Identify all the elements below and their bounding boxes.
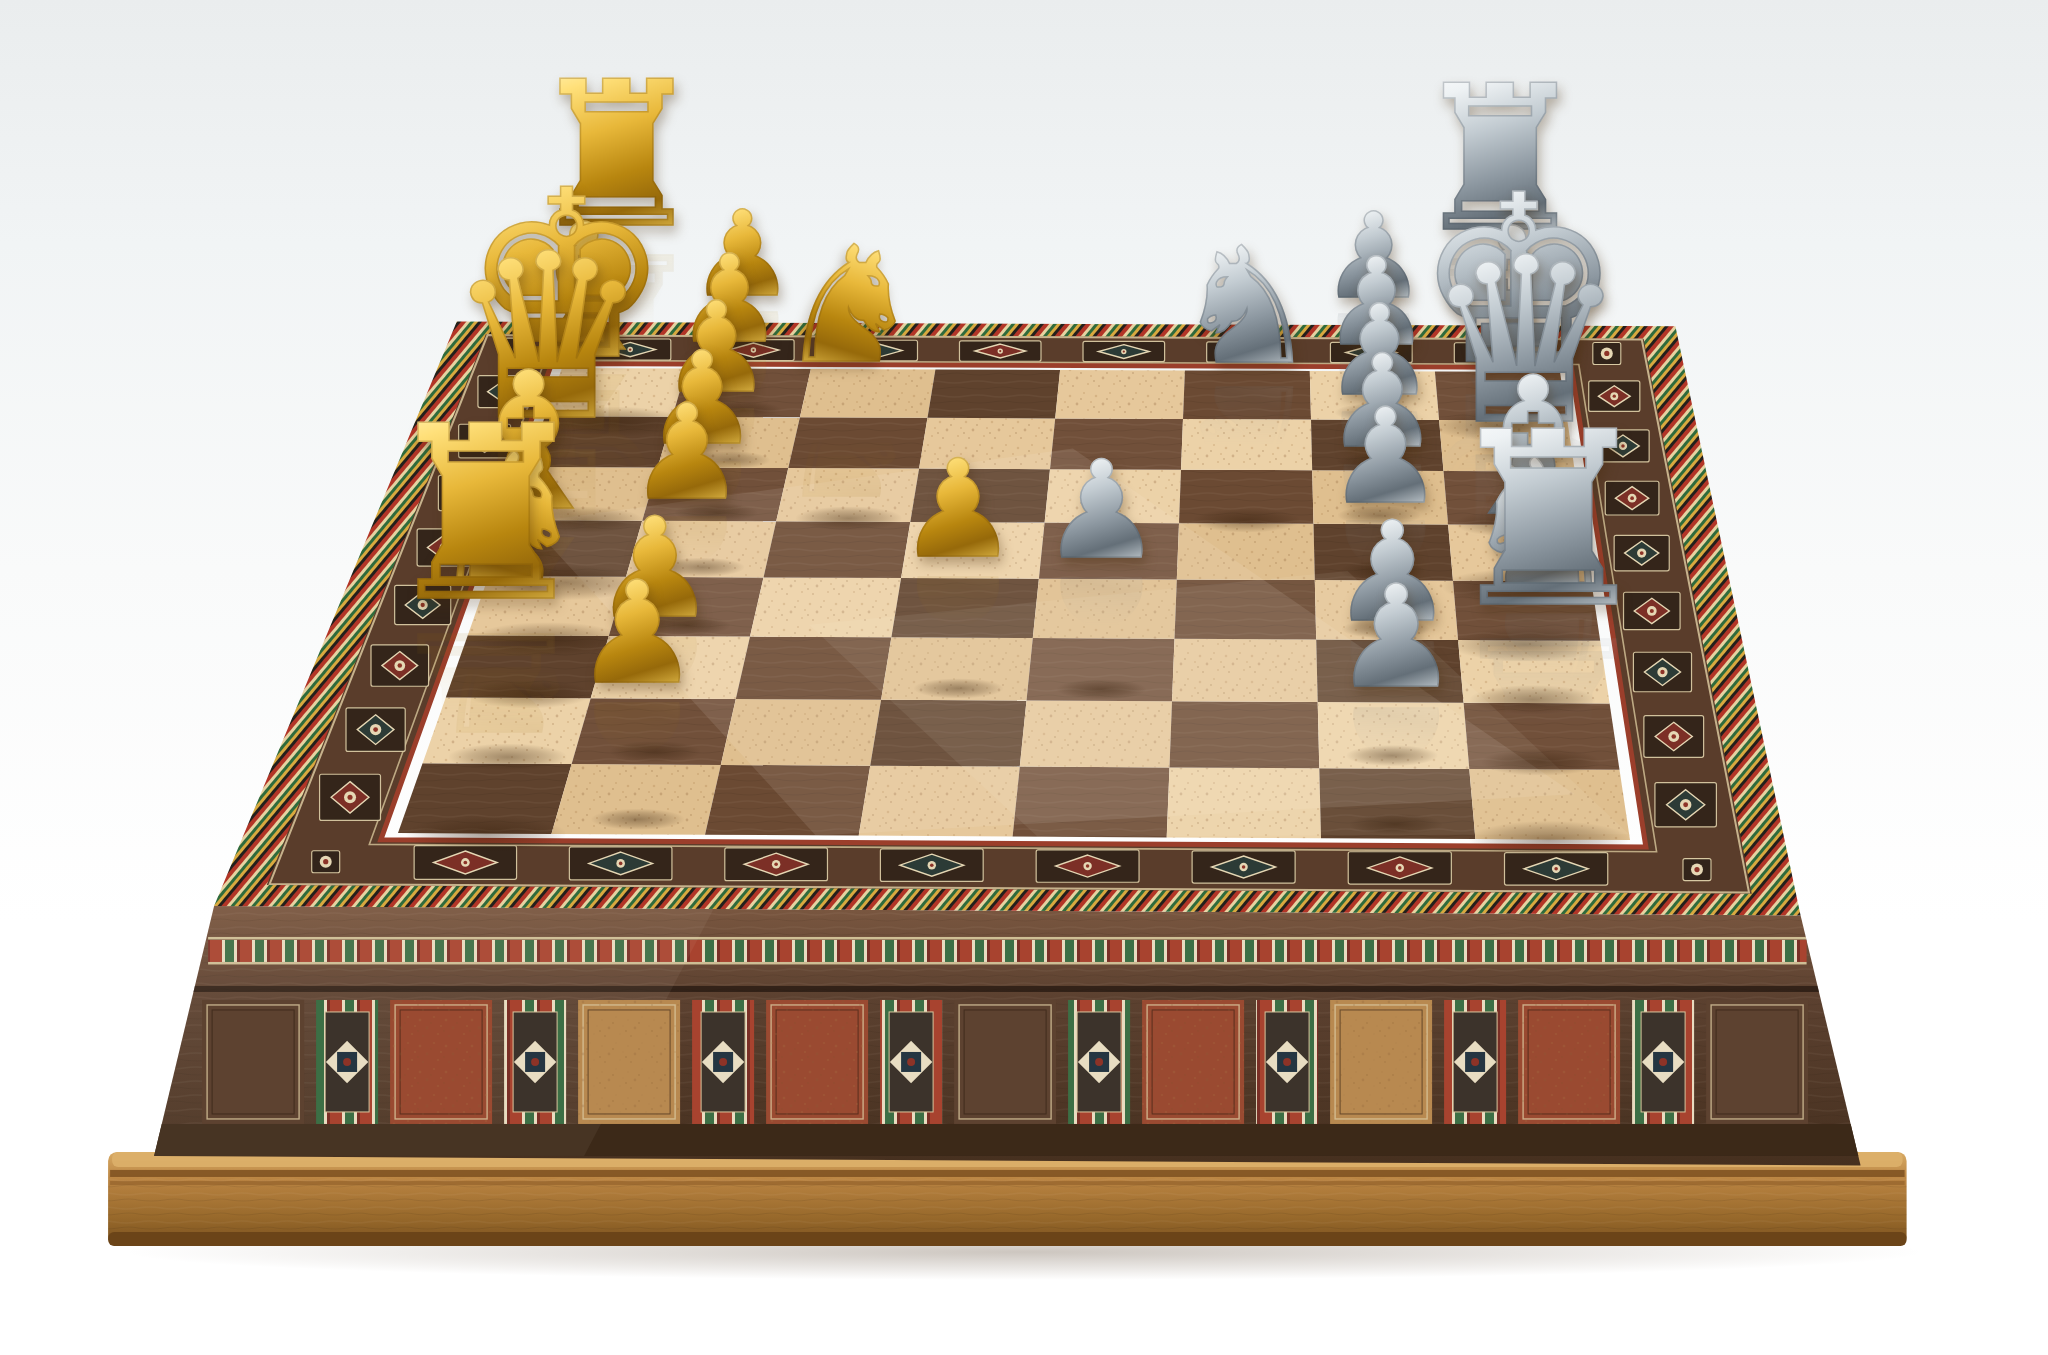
square-d6[interactable] bbox=[1175, 579, 1317, 639]
piece-reflection: ♟ bbox=[1333, 685, 1459, 826]
piece-white-pawn-c4[interactable]: ♟♟ bbox=[897, 442, 1018, 690]
border-diamond-motif bbox=[1655, 783, 1716, 827]
piece-black-pawn-c5[interactable]: ♟♟ bbox=[1041, 443, 1162, 691]
square-e6[interactable] bbox=[1177, 523, 1315, 580]
square-a5[interactable] bbox=[1013, 767, 1170, 838]
square-b4[interactable] bbox=[870, 700, 1026, 767]
chess-board bbox=[0, 0, 2048, 1355]
plinth-base bbox=[108, 1152, 1907, 1246]
piece-reflection: ♜ bbox=[378, 597, 594, 838]
square-d3[interactable] bbox=[750, 577, 901, 637]
square-c3[interactable] bbox=[736, 637, 892, 700]
square-b5[interactable] bbox=[1020, 701, 1172, 768]
border-diamond-motif bbox=[1036, 850, 1139, 882]
piece-black-rook-a8[interactable]: ♜♜ bbox=[1440, 400, 1656, 843]
border-diamond-motif bbox=[880, 849, 983, 881]
border-diamond-motif bbox=[959, 341, 1041, 361]
piece-black-knight-f6[interactable]: ♞♞ bbox=[1174, 227, 1318, 523]
square-a4[interactable] bbox=[859, 766, 1020, 837]
piece-reflection: ♟ bbox=[897, 556, 1018, 691]
square-b3[interactable] bbox=[721, 699, 881, 766]
border-diamond-motif bbox=[1083, 341, 1165, 361]
square-b6[interactable] bbox=[1170, 701, 1320, 768]
square-h5[interactable] bbox=[1055, 370, 1185, 419]
border-diamond-motif bbox=[1192, 851, 1295, 883]
piece-black-pawn-a7[interactable]: ♟♟ bbox=[1333, 567, 1459, 826]
border-diamond-motif bbox=[1348, 852, 1451, 884]
piece-reflection: ♟ bbox=[1041, 557, 1162, 692]
front-mosaic-panels bbox=[202, 1000, 1808, 1124]
border-diamond-motif bbox=[320, 774, 381, 820]
square-a3[interactable] bbox=[705, 765, 870, 836]
piece-reflection: ♜ bbox=[1440, 603, 1656, 844]
border-diamond-motif bbox=[414, 846, 516, 880]
border-diamond-motif bbox=[569, 847, 672, 880]
chess-set-photo: ♜♜♞♞♝♝♛♛♚♚♝♝♜♜♟♟♟♟♟♟♟♟♟♟♟♟♟♟♞♞♟♟♟♟♞♞♟♟♟♟… bbox=[0, 0, 2048, 1355]
square-h4[interactable] bbox=[928, 370, 1061, 419]
square-c6[interactable] bbox=[1172, 639, 1318, 702]
border-diamond-motif bbox=[1505, 853, 1608, 886]
square-a6[interactable] bbox=[1167, 767, 1321, 838]
border-diamond-motif bbox=[725, 848, 828, 881]
square-e3[interactable] bbox=[764, 521, 911, 578]
piece-white-rook-a1[interactable]: ♜♜ bbox=[378, 395, 594, 838]
piece-reflection: ♞ bbox=[1174, 362, 1318, 523]
